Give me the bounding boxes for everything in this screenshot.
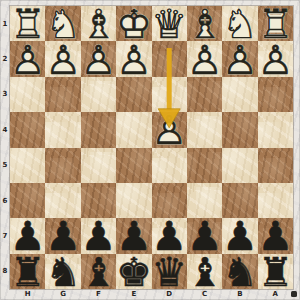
white-pawn[interactable]: ♟♙	[10, 41, 45, 76]
square-e1[interactable]: ♚♔	[116, 6, 151, 41]
square-c2[interactable]: ♟♙	[187, 41, 222, 76]
square-a8[interactable]: ♜	[258, 254, 293, 289]
square-a5[interactable]	[258, 148, 293, 183]
square-e7[interactable]: ♟	[116, 218, 151, 253]
square-e5[interactable]	[116, 148, 151, 183]
square-b6[interactable]	[222, 183, 257, 218]
black-king[interactable]: ♚	[116, 254, 151, 289]
rank-label-2: 2	[0, 55, 10, 63]
square-a2[interactable]: ♟♙	[258, 41, 293, 76]
square-e8[interactable]: ♚	[116, 254, 151, 289]
corner-mark-icon	[291, 291, 297, 297]
rank-label-6: 6	[0, 197, 10, 205]
square-d3[interactable]	[152, 77, 187, 112]
square-b3[interactable]	[222, 77, 257, 112]
square-a6[interactable]	[258, 183, 293, 218]
square-a3[interactable]	[258, 77, 293, 112]
rank-label-5: 5	[0, 161, 10, 169]
white-bishop[interactable]: ♝♗	[187, 6, 222, 41]
square-e3[interactable]	[116, 77, 151, 112]
square-f6[interactable]	[81, 183, 116, 218]
square-c7[interactable]: ♟	[187, 218, 222, 253]
file-label-b: B	[237, 289, 242, 300]
square-b7[interactable]: ♟	[222, 218, 257, 253]
square-g7[interactable]: ♟	[45, 218, 80, 253]
black-bishop[interactable]: ♝	[81, 254, 116, 289]
black-bishop[interactable]: ♝	[187, 254, 222, 289]
square-b5[interactable]	[222, 148, 257, 183]
white-pawn[interactable]: ♟♙	[81, 41, 116, 76]
square-d5[interactable]	[152, 148, 187, 183]
white-pawn[interactable]: ♟♙	[152, 112, 187, 147]
black-rook[interactable]: ♜	[10, 254, 45, 289]
black-queen[interactable]: ♛	[152, 254, 187, 289]
square-c8[interactable]: ♝	[187, 254, 222, 289]
black-pawn[interactable]: ♟	[187, 218, 222, 253]
square-d1[interactable]: ♛♕	[152, 6, 187, 41]
square-c5[interactable]	[187, 148, 222, 183]
square-d7[interactable]: ♟	[152, 218, 187, 253]
black-pawn[interactable]: ♟	[10, 218, 45, 253]
file-label-h: H	[25, 289, 31, 300]
square-h2[interactable]: ♟♙	[10, 41, 45, 76]
file-label-c: C	[202, 289, 207, 300]
square-h6[interactable]	[10, 183, 45, 218]
white-rook[interactable]: ♜♖	[10, 6, 45, 41]
white-queen[interactable]: ♛♕	[152, 6, 187, 41]
square-b1[interactable]: ♞♘	[222, 6, 257, 41]
square-g2[interactable]: ♟♙	[45, 41, 80, 76]
square-h3[interactable]	[10, 77, 45, 112]
square-e6[interactable]	[116, 183, 151, 218]
square-d4[interactable]: ♟♙	[152, 112, 187, 147]
square-g1[interactable]: ♞♘	[45, 6, 80, 41]
file-label-f: F	[96, 289, 101, 300]
black-pawn[interactable]: ♟	[81, 218, 116, 253]
file-label-d: D	[166, 289, 172, 300]
square-c6[interactable]	[187, 183, 222, 218]
square-b8[interactable]: ♞	[222, 254, 257, 289]
white-pawn[interactable]: ♟♙	[45, 41, 80, 76]
square-e4[interactable]	[116, 112, 151, 147]
square-g3[interactable]	[45, 77, 80, 112]
file-label-g: G	[60, 289, 66, 300]
square-e2[interactable]: ♟♙	[116, 41, 151, 76]
square-h1[interactable]: ♜♖	[10, 6, 45, 41]
square-f8[interactable]: ♝	[81, 254, 116, 289]
file-label-e: E	[131, 289, 136, 300]
square-a7[interactable]: ♟	[258, 218, 293, 253]
square-c3[interactable]	[187, 77, 222, 112]
black-pawn[interactable]: ♟	[222, 218, 257, 253]
rank-label-3: 3	[0, 90, 10, 98]
square-f3[interactable]	[81, 77, 116, 112]
square-f1[interactable]: ♝♗	[81, 6, 116, 41]
square-h7[interactable]: ♟	[10, 218, 45, 253]
square-g4[interactable]	[45, 112, 80, 147]
square-g5[interactable]	[45, 148, 80, 183]
square-f2[interactable]: ♟♙	[81, 41, 116, 76]
rank-label-1: 1	[0, 20, 10, 28]
black-pawn[interactable]: ♟	[258, 218, 293, 253]
white-pawn[interactable]: ♟♙	[116, 41, 151, 76]
white-pawn[interactable]: ♟♙	[222, 41, 257, 76]
square-h5[interactable]	[10, 148, 45, 183]
black-pawn[interactable]: ♟	[152, 218, 187, 253]
square-g6[interactable]	[45, 183, 80, 218]
white-bishop[interactable]: ♝♗	[81, 6, 116, 41]
square-c1[interactable]: ♝♗	[187, 6, 222, 41]
square-d8[interactable]: ♛	[152, 254, 187, 289]
square-c4[interactable]	[187, 112, 222, 147]
file-label-a: A	[273, 289, 278, 300]
black-pawn[interactable]: ♟	[116, 218, 151, 253]
white-knight[interactable]: ♞♘	[222, 6, 257, 41]
white-king[interactable]: ♚♔	[116, 6, 151, 41]
white-pawn[interactable]: ♟♙	[258, 41, 293, 76]
black-knight[interactable]: ♞	[45, 254, 80, 289]
square-g8[interactable]: ♞	[45, 254, 80, 289]
black-knight[interactable]: ♞	[222, 254, 257, 289]
square-f5[interactable]	[81, 148, 116, 183]
black-rook[interactable]: ♜	[258, 254, 293, 289]
square-a4[interactable]	[258, 112, 293, 147]
square-b2[interactable]: ♟♙	[222, 41, 257, 76]
square-f4[interactable]	[81, 112, 116, 147]
white-pawn[interactable]: ♟♙	[187, 41, 222, 76]
square-h4[interactable]	[10, 112, 45, 147]
white-knight[interactable]: ♞♘	[45, 6, 80, 41]
square-h8[interactable]: ♜	[10, 254, 45, 289]
square-f7[interactable]: ♟	[81, 218, 116, 253]
black-pawn[interactable]: ♟	[45, 218, 80, 253]
square-d6[interactable]	[152, 183, 187, 218]
rank-label-7: 7	[0, 232, 10, 240]
square-b4[interactable]	[222, 112, 257, 147]
chess-board: ♜♖♞♘♝♗♚♔♛♕♝♗♞♘♜♖♟♙♟♙♟♙♟♙♟♙♟♙♟♙♟♙♟♟♟♟♟♟♟♟…	[10, 6, 293, 289]
rank-label-4: 4	[0, 126, 10, 134]
rank-label-8: 8	[0, 267, 10, 275]
square-d2[interactable]	[152, 41, 187, 76]
chess-app: ♜♖♞♘♝♗♚♔♛♕♝♗♞♘♜♖♟♙♟♙♟♙♟♙♟♙♟♙♟♙♟♙♟♟♟♟♟♟♟♟…	[0, 0, 300, 300]
square-a1[interactable]: ♜♖	[258, 6, 293, 41]
white-rook[interactable]: ♜♖	[258, 6, 293, 41]
